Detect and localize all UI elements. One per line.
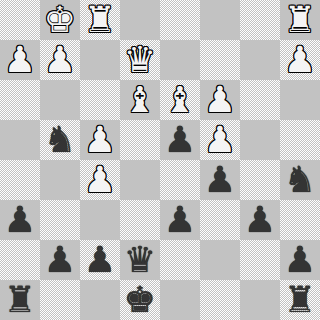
square-f3[interactable]	[80, 80, 120, 120]
square-f7[interactable]: ♟	[80, 240, 120, 280]
square-e5[interactable]	[120, 160, 160, 200]
square-c5[interactable]: ♟	[200, 160, 240, 200]
square-b6[interactable]: ♟	[240, 200, 280, 240]
square-f6[interactable]	[80, 200, 120, 240]
square-b4[interactable]	[240, 120, 280, 160]
square-b7[interactable]	[240, 240, 280, 280]
square-b1[interactable]	[240, 0, 280, 40]
square-d7[interactable]	[160, 240, 200, 280]
square-h5[interactable]	[0, 160, 40, 200]
black-pawn[interactable]: ♟	[244, 200, 276, 240]
square-b2[interactable]	[240, 40, 280, 80]
square-a8[interactable]: ♜	[280, 280, 320, 320]
square-g4[interactable]: ♞	[40, 120, 80, 160]
square-a7[interactable]: ♟	[280, 240, 320, 280]
white-pawn[interactable]: ♟	[204, 120, 236, 160]
white-pawn[interactable]: ♟	[84, 160, 116, 200]
white-pawn[interactable]: ♟	[284, 40, 316, 80]
square-b8[interactable]	[240, 280, 280, 320]
black-pawn[interactable]: ♟	[164, 200, 196, 240]
white-bishop[interactable]: ♝	[164, 80, 196, 120]
square-c2[interactable]	[200, 40, 240, 80]
white-pawn[interactable]: ♟	[44, 40, 76, 80]
square-g7[interactable]: ♟	[40, 240, 80, 280]
square-b3[interactable]	[240, 80, 280, 120]
square-c4[interactable]: ♟	[200, 120, 240, 160]
black-king[interactable]: ♚	[124, 280, 156, 320]
square-a5[interactable]: ♞	[280, 160, 320, 200]
square-b5[interactable]	[240, 160, 280, 200]
square-c7[interactable]	[200, 240, 240, 280]
square-e6[interactable]	[120, 200, 160, 240]
square-c3[interactable]: ♟	[200, 80, 240, 120]
square-e4[interactable]	[120, 120, 160, 160]
square-g1[interactable]: ♚	[40, 0, 80, 40]
square-f1[interactable]: ♜	[80, 0, 120, 40]
square-e3[interactable]: ♝	[120, 80, 160, 120]
square-a3[interactable]	[280, 80, 320, 120]
chess-app: ♚♜♜♟♟♛♟♝♝♟♞♟♟♟♟♟♞♟♟♟♟♟♛♟♜♚♜	[0, 0, 320, 320]
square-h6[interactable]: ♟	[0, 200, 40, 240]
square-e1[interactable]	[120, 0, 160, 40]
chess-board: ♚♜♜♟♟♛♟♝♝♟♞♟♟♟♟♟♞♟♟♟♟♟♛♟♜♚♜	[0, 0, 320, 320]
square-a4[interactable]	[280, 120, 320, 160]
square-d6[interactable]: ♟	[160, 200, 200, 240]
black-pawn[interactable]: ♟	[84, 240, 116, 280]
square-d4[interactable]: ♟	[160, 120, 200, 160]
black-knight[interactable]: ♞	[284, 160, 316, 200]
black-pawn[interactable]: ♟	[164, 120, 196, 160]
square-a6[interactable]	[280, 200, 320, 240]
black-rook[interactable]: ♜	[4, 280, 36, 320]
square-d2[interactable]	[160, 40, 200, 80]
square-d5[interactable]	[160, 160, 200, 200]
square-g3[interactable]	[40, 80, 80, 120]
square-g8[interactable]	[40, 280, 80, 320]
square-d1[interactable]	[160, 0, 200, 40]
white-rook[interactable]: ♜	[84, 0, 116, 40]
black-rook[interactable]: ♜	[284, 280, 316, 320]
white-queen[interactable]: ♛	[124, 40, 156, 80]
square-f2[interactable]	[80, 40, 120, 80]
black-knight[interactable]: ♞	[44, 120, 76, 160]
white-king[interactable]: ♚	[44, 0, 76, 40]
square-c1[interactable]	[200, 0, 240, 40]
square-e2[interactable]: ♛	[120, 40, 160, 80]
black-queen[interactable]: ♛	[124, 240, 156, 280]
square-d3[interactable]: ♝	[160, 80, 200, 120]
black-pawn[interactable]: ♟	[204, 160, 236, 200]
square-a2[interactable]: ♟	[280, 40, 320, 80]
square-c8[interactable]	[200, 280, 240, 320]
square-e7[interactable]: ♛	[120, 240, 160, 280]
square-a1[interactable]: ♜	[280, 0, 320, 40]
square-f8[interactable]	[80, 280, 120, 320]
square-c6[interactable]	[200, 200, 240, 240]
square-h7[interactable]	[0, 240, 40, 280]
square-h1[interactable]	[0, 0, 40, 40]
square-h8[interactable]: ♜	[0, 280, 40, 320]
square-h4[interactable]	[0, 120, 40, 160]
white-pawn[interactable]: ♟	[204, 80, 236, 120]
square-g5[interactable]	[40, 160, 80, 200]
white-rook[interactable]: ♜	[284, 0, 316, 40]
black-pawn[interactable]: ♟	[284, 240, 316, 280]
square-f5[interactable]: ♟	[80, 160, 120, 200]
square-h2[interactable]: ♟	[0, 40, 40, 80]
square-e8[interactable]: ♚	[120, 280, 160, 320]
black-pawn[interactable]: ♟	[4, 200, 36, 240]
square-g6[interactable]	[40, 200, 80, 240]
white-pawn[interactable]: ♟	[4, 40, 36, 80]
square-f4[interactable]: ♟	[80, 120, 120, 160]
square-h3[interactable]	[0, 80, 40, 120]
white-pawn[interactable]: ♟	[84, 120, 116, 160]
black-pawn[interactable]: ♟	[44, 240, 76, 280]
white-bishop[interactable]: ♝	[124, 80, 156, 120]
square-d8[interactable]	[160, 280, 200, 320]
square-g2[interactable]: ♟	[40, 40, 80, 80]
